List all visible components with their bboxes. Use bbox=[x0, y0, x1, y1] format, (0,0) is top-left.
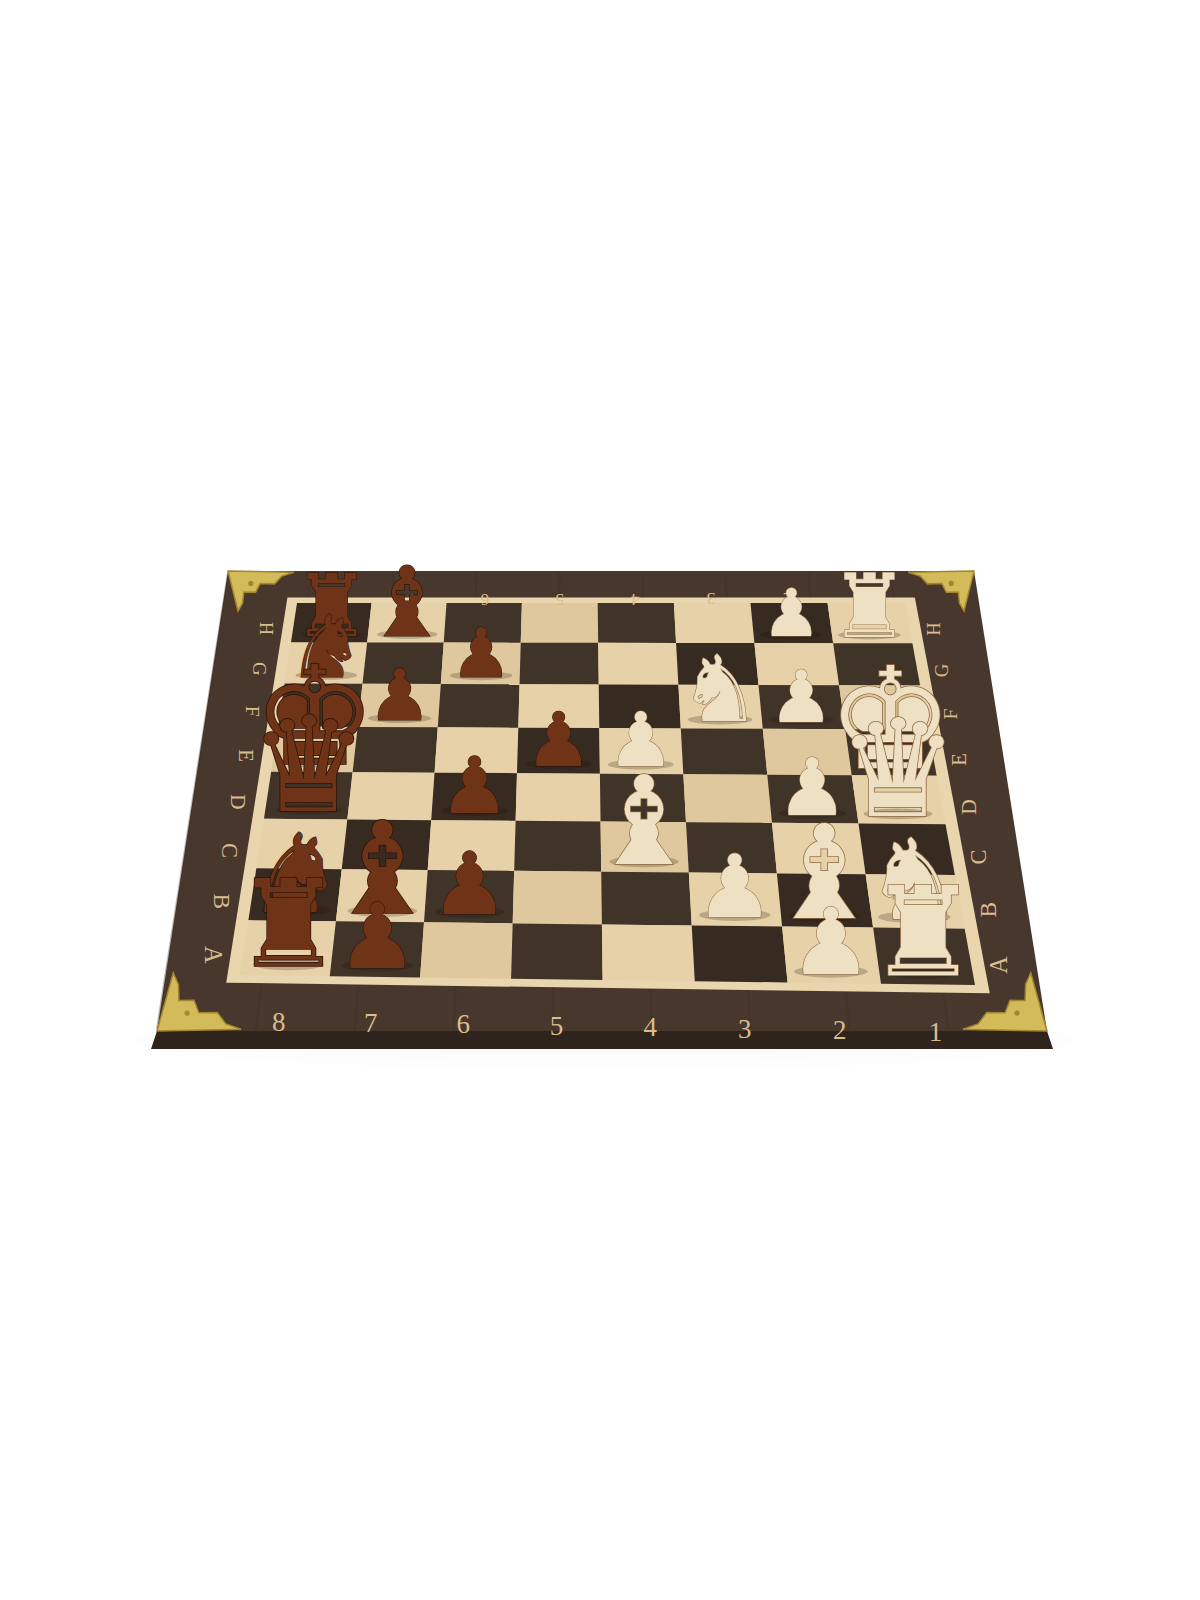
piece-black-pawn-a7: ♟ bbox=[337, 884, 418, 989]
square-a4 bbox=[602, 924, 695, 981]
piece-black-pawn-f7: ♟ bbox=[368, 654, 432, 737]
rank-label-bottom-7: 7 bbox=[364, 1008, 378, 1038]
piece-black-pawn-d6: ♟ bbox=[439, 740, 509, 832]
piece-white-pawn-a2: ♟ bbox=[789, 888, 872, 996]
rank-label-bottom-4: 4 bbox=[643, 1012, 657, 1042]
rank-label-bottom-5: 5 bbox=[550, 1011, 564, 1041]
board-side-edge bbox=[151, 1031, 1053, 1049]
brass-screw-top-left bbox=[248, 581, 253, 586]
file-label-right-A: A bbox=[985, 956, 1012, 974]
rank-label-bottom-8: 8 bbox=[272, 1007, 286, 1037]
piece-white-bishop-c4: ♝ bbox=[589, 750, 699, 893]
file-label-left-B: B bbox=[209, 894, 235, 910]
brass-screw-bottom-right bbox=[1014, 1010, 1019, 1015]
piece-white-pawn-f2: ♟ bbox=[769, 655, 834, 739]
piece-black-pawn-e5: ♟ bbox=[525, 696, 592, 784]
rank-label-top-3: 3 bbox=[707, 589, 716, 608]
rank-label-bottom-2: 2 bbox=[833, 1015, 847, 1045]
brass-screw-bottom-left bbox=[184, 1010, 189, 1015]
square-g5 bbox=[520, 643, 599, 685]
rank-label-top-6: 6 bbox=[481, 590, 490, 609]
piece-black-pawn-b6: ♟ bbox=[431, 834, 509, 934]
piece-white-rook-a1: ♜ bbox=[868, 860, 979, 1004]
piece-black-bishop-h7: ♝ bbox=[364, 546, 451, 659]
file-label-left-D: D bbox=[226, 794, 250, 810]
rank-label-bottom-6: 6 bbox=[456, 1009, 470, 1039]
rank-label-top-5: 5 bbox=[556, 590, 565, 609]
piece-black-rook-a8: ♜ bbox=[234, 854, 342, 994]
file-label-left-A: A bbox=[200, 946, 227, 964]
file-label-right-H: H bbox=[924, 622, 944, 635]
square-a5 bbox=[511, 923, 603, 980]
file-label-right-D: D bbox=[957, 799, 981, 815]
piece-white-knight-f3: ♞ bbox=[679, 636, 761, 743]
piece-white-pawn-h2: ♟ bbox=[762, 575, 821, 652]
chess-board-photo: HHGGFFEEDDCCBBAA8877665544332211♜♝♟♜♞♟♟♞… bbox=[0, 0, 1200, 1600]
piece-black-pawn-g6: ♟ bbox=[451, 614, 512, 693]
piece-white-pawn-b3: ♟ bbox=[696, 836, 774, 938]
rank-label-bottom-1: 1 bbox=[929, 1017, 943, 1047]
square-g4 bbox=[598, 643, 678, 685]
file-label-right-B: B bbox=[975, 902, 1001, 918]
rank-label-bottom-3: 3 bbox=[738, 1014, 752, 1044]
rank-label-top-4: 4 bbox=[630, 590, 639, 609]
brass-screw-top-right bbox=[949, 581, 954, 586]
file-label-left-H: H bbox=[256, 622, 276, 635]
product-photo-stage: HHGGFFEEDDCCBBAA8877665544332211♜♝♟♜♞♟♟♞… bbox=[0, 0, 1200, 1600]
